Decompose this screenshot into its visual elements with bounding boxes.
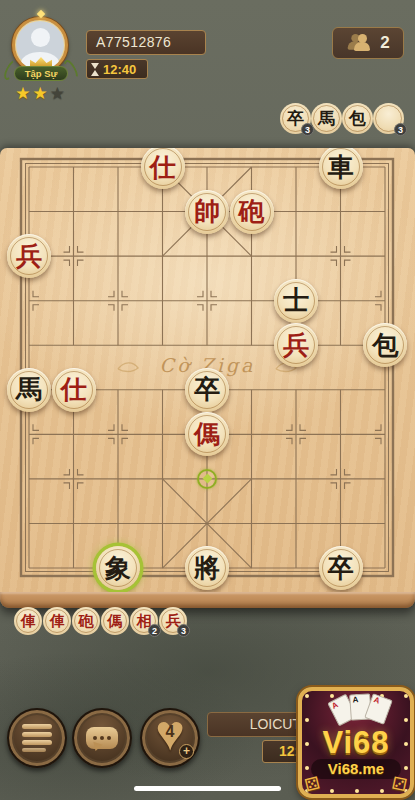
piece-glyph: 卒: [185, 368, 229, 412]
captured-count: 3: [177, 624, 190, 637]
xiangqi-board[interactable]: Cờ Ziga 仕車帥砲兵士兵包馬仕卒傌象將卒: [0, 148, 415, 608]
heart-count: 4: [144, 723, 196, 741]
player-id: A77512876: [86, 30, 206, 55]
star-filled-icon: ★: [32, 84, 49, 103]
piece-glyph: 卒: [319, 546, 363, 590]
rank-badge: Tập Sự: [8, 57, 74, 87]
playing-cards-icon: A A A: [302, 692, 410, 726]
room-players-button[interactable]: 2: [332, 27, 404, 59]
dice-icon: ⚂: [390, 773, 409, 797]
star-filled-icon: ★: [15, 84, 32, 103]
home-indicator[interactable]: [134, 786, 281, 791]
piece-black-卒[interactable]: 卒: [185, 368, 229, 412]
piece-glyph: 包: [363, 323, 407, 367]
captured-piece-傌: 傌: [101, 607, 129, 635]
captured-piece-包: 包: [342, 103, 373, 134]
chat-button[interactable]: [72, 708, 132, 768]
room-player-count: 2: [380, 33, 389, 53]
captured-piece-卒: 卒3: [280, 103, 311, 134]
piece-glyph: 傌: [185, 412, 229, 456]
piece-glyph: 將: [185, 546, 229, 590]
piece-black-車[interactable]: 車: [319, 148, 363, 189]
piece-red-帥[interactable]: 帥: [185, 190, 229, 234]
piece-glyph: 仕: [141, 148, 185, 189]
piece-glyph: 象: [96, 546, 140, 590]
hamburger-icon: [22, 724, 52, 752]
piece-black-包[interactable]: 包: [363, 323, 407, 367]
piece-red-仕[interactable]: 仕: [141, 148, 185, 189]
piece-black-象[interactable]: 象: [96, 546, 140, 590]
piece-black-卒[interactable]: 卒: [319, 546, 363, 590]
captured-piece-砲: 砲: [72, 607, 100, 635]
piece-red-傌[interactable]: 傌: [185, 412, 229, 456]
piece-black-士[interactable]: 士: [274, 279, 318, 323]
captured-piece-hidden: 3: [373, 103, 404, 134]
piece-red-兵[interactable]: 兵: [274, 323, 318, 367]
captured-piece-俥: 俥: [43, 607, 71, 635]
board-front-edge: [0, 592, 415, 608]
logo-domain: Vi68.me: [311, 759, 401, 779]
logo-title: Vi68: [302, 725, 410, 761]
captured-piece-兵: 兵3: [159, 607, 187, 635]
captured-piece-俥: 俥: [14, 607, 42, 635]
piece-glyph: 砲: [230, 190, 274, 234]
add-heart-badge[interactable]: +: [179, 744, 194, 759]
gift-hearts-button[interactable]: ♥ 4 +: [140, 708, 200, 768]
piece-glyph: 兵: [274, 323, 318, 367]
player-timer-value: 12:40: [103, 62, 136, 77]
player-timer: 12:40: [86, 59, 148, 79]
board-surface[interactable]: Cờ Ziga 仕車帥砲兵士兵包馬仕卒傌象將卒: [0, 148, 415, 592]
piece-glyph: 仕: [52, 368, 96, 412]
captured-black-tray: 卒3馬包3: [280, 103, 404, 134]
hourglass-icon: [91, 63, 100, 76]
piece-glyph: 士: [274, 279, 318, 323]
piece-glyph: 兵: [7, 234, 51, 278]
chat-bubble-icon: [86, 727, 118, 749]
star-empty-icon: ★: [50, 84, 67, 103]
piece-black-將[interactable]: 將: [185, 546, 229, 590]
captured-count: 2: [148, 624, 161, 637]
piece-glyph: 帥: [185, 190, 229, 234]
menu-button[interactable]: [7, 708, 67, 768]
piece-red-砲[interactable]: 砲: [230, 190, 274, 234]
rank-stars: ★★★: [8, 84, 74, 104]
piece-red-仕[interactable]: 仕: [52, 368, 96, 412]
vi68-logo[interactable]: A A A Vi68 Vi68.me ⚄ ⚂: [298, 687, 414, 798]
app-root: { "game": "Xiangqi (Chinese chess) mobil…: [0, 0, 415, 800]
captured-count: 3: [394, 123, 407, 136]
players-icon: [346, 32, 372, 54]
captured-piece-相: 相2: [130, 607, 158, 635]
piece-glyph: 車: [319, 148, 363, 189]
captured-count: 3: [301, 123, 314, 136]
piece-black-馬[interactable]: 馬: [7, 368, 51, 412]
last-move-origin-marker: [197, 469, 217, 489]
piece-red-兵[interactable]: 兵: [7, 234, 51, 278]
piece-glyph: 馬: [7, 368, 51, 412]
captured-piece-馬: 馬: [311, 103, 342, 134]
rank-title: Tập Sự: [14, 66, 68, 81]
captured-red-tray: 俥俥砲傌相2兵3: [14, 607, 187, 635]
